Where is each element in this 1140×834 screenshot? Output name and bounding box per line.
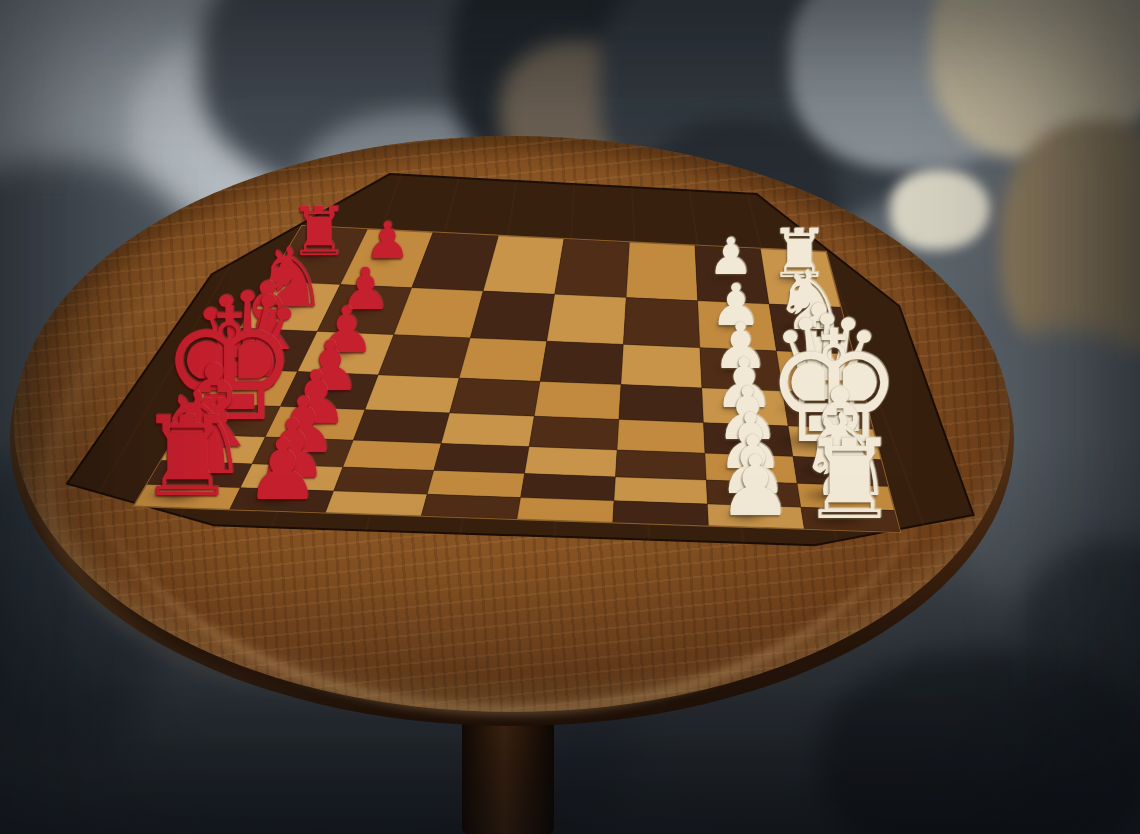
red-pawn-glyph: ♟ [245,428,320,512]
photo-scene: ♜♞♝♛♚♝♞♜♟♟♟♟♟♟♟♟♟♟♟♟♟♟♟♟♜♞♝♛♚♝♞♜ [0,0,1140,834]
white-pawn-glyph: ♟ [718,445,793,529]
pieces-layer: ♜♞♝♛♚♝♞♜♟♟♟♟♟♟♟♟♟♟♟♟♟♟♟♟♜♞♝♛♚♝♞♜ [0,0,1140,834]
red-rook-glyph: ♜ [138,402,237,512]
white-rook-glyph: ♜ [800,425,899,535]
